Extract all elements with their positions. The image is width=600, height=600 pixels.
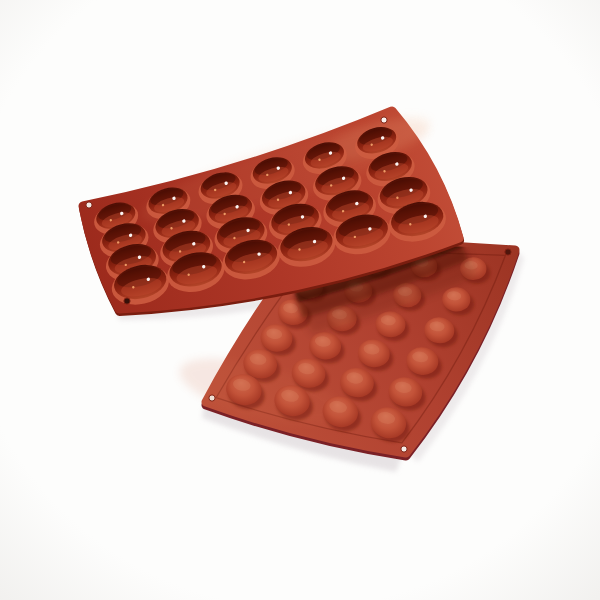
hang-hole — [401, 446, 407, 452]
hang-hole — [381, 117, 387, 123]
hang-hole — [209, 395, 215, 401]
hang-hole — [124, 298, 130, 304]
hang-hole — [86, 202, 92, 208]
product-photo — [0, 0, 600, 600]
silicone-mold-photo — [0, 0, 600, 600]
hang-hole — [505, 249, 511, 255]
